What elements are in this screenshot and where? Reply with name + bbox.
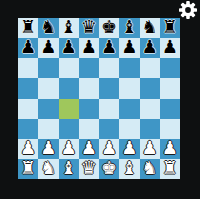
piece-white-bishop[interactable]: ♝ bbox=[61, 159, 77, 177]
square-f5[interactable] bbox=[119, 78, 139, 98]
square-b6[interactable] bbox=[38, 58, 58, 78]
square-f1[interactable]: ♝ bbox=[119, 159, 139, 179]
gear-icon bbox=[179, 1, 197, 19]
piece-black-queen[interactable]: ♛ bbox=[81, 18, 97, 36]
piece-white-pawn[interactable]: ♟ bbox=[142, 139, 158, 157]
square-g1[interactable]: ♞ bbox=[140, 159, 160, 179]
piece-white-pawn[interactable]: ♟ bbox=[162, 139, 178, 157]
square-d6[interactable] bbox=[79, 58, 99, 78]
square-c4[interactable] bbox=[59, 99, 79, 119]
piece-white-pawn[interactable]: ♟ bbox=[61, 139, 77, 157]
piece-black-pawn[interactable]: ♟ bbox=[61, 38, 77, 56]
square-e5[interactable] bbox=[99, 78, 119, 98]
square-a7[interactable]: ♟ bbox=[18, 38, 38, 58]
square-h2[interactable]: ♟ bbox=[160, 139, 180, 159]
square-c3[interactable] bbox=[59, 119, 79, 139]
piece-black-bishop[interactable]: ♝ bbox=[121, 18, 137, 36]
square-h3[interactable] bbox=[160, 119, 180, 139]
square-a4[interactable] bbox=[18, 99, 38, 119]
square-d1[interactable]: ♛ bbox=[79, 159, 99, 179]
square-d5[interactable] bbox=[79, 78, 99, 98]
square-a8[interactable]: ♜ bbox=[18, 18, 38, 38]
square-e2[interactable]: ♟ bbox=[99, 139, 119, 159]
square-a5[interactable] bbox=[18, 78, 38, 98]
piece-black-pawn[interactable]: ♟ bbox=[40, 38, 56, 56]
square-c1[interactable]: ♝ bbox=[59, 159, 79, 179]
piece-white-rook[interactable]: ♜ bbox=[20, 159, 36, 177]
piece-black-knight[interactable]: ♞ bbox=[40, 18, 56, 36]
square-f7[interactable]: ♟ bbox=[119, 38, 139, 58]
square-b3[interactable] bbox=[38, 119, 58, 139]
square-h6[interactable] bbox=[160, 58, 180, 78]
piece-black-bishop[interactable]: ♝ bbox=[61, 18, 77, 36]
square-b7[interactable]: ♟ bbox=[38, 38, 58, 58]
piece-black-knight[interactable]: ♞ bbox=[142, 18, 158, 36]
square-h1[interactable]: ♜ bbox=[160, 159, 180, 179]
square-f4[interactable] bbox=[119, 99, 139, 119]
piece-black-rook[interactable]: ♜ bbox=[162, 18, 178, 36]
square-d2[interactable]: ♟ bbox=[79, 139, 99, 159]
piece-white-pawn[interactable]: ♟ bbox=[101, 139, 117, 157]
piece-black-pawn[interactable]: ♟ bbox=[20, 38, 36, 56]
square-f8[interactable]: ♝ bbox=[119, 18, 139, 38]
square-b8[interactable]: ♞ bbox=[38, 18, 58, 38]
square-b2[interactable]: ♟ bbox=[38, 139, 58, 159]
square-g3[interactable] bbox=[140, 119, 160, 139]
piece-white-pawn[interactable]: ♟ bbox=[40, 139, 56, 157]
square-b1[interactable]: ♞ bbox=[38, 159, 58, 179]
square-g5[interactable] bbox=[140, 78, 160, 98]
piece-black-king[interactable]: ♚ bbox=[101, 18, 117, 36]
square-h5[interactable] bbox=[160, 78, 180, 98]
piece-black-pawn[interactable]: ♟ bbox=[81, 38, 97, 56]
piece-white-knight[interactable]: ♞ bbox=[142, 159, 158, 177]
square-d4[interactable] bbox=[79, 99, 99, 119]
square-c5[interactable] bbox=[59, 78, 79, 98]
piece-black-rook[interactable]: ♜ bbox=[20, 18, 36, 36]
square-e4[interactable] bbox=[99, 99, 119, 119]
square-f6[interactable] bbox=[119, 58, 139, 78]
square-a1[interactable]: ♜ bbox=[18, 159, 38, 179]
piece-white-pawn[interactable]: ♟ bbox=[121, 139, 137, 157]
piece-white-bishop[interactable]: ♝ bbox=[121, 159, 137, 177]
square-f3[interactable] bbox=[119, 119, 139, 139]
square-d3[interactable] bbox=[79, 119, 99, 139]
square-c6[interactable] bbox=[59, 58, 79, 78]
square-d8[interactable]: ♛ bbox=[79, 18, 99, 38]
piece-white-pawn[interactable]: ♟ bbox=[81, 139, 97, 157]
piece-white-rook[interactable]: ♜ bbox=[162, 159, 178, 177]
piece-black-pawn[interactable]: ♟ bbox=[162, 38, 178, 56]
square-b5[interactable] bbox=[38, 78, 58, 98]
chess-board: ♜♞♝♛♚♝♞♜♟♟♟♟♟♟♟♟♟♟♟♟♟♟♟♟♜♞♝♛♚♝♞♜ bbox=[18, 18, 180, 179]
square-c7[interactable]: ♟ bbox=[59, 38, 79, 58]
square-c8[interactable]: ♝ bbox=[59, 18, 79, 38]
square-h8[interactable]: ♜ bbox=[160, 18, 180, 38]
square-d7[interactable]: ♟ bbox=[79, 38, 99, 58]
square-a6[interactable] bbox=[18, 58, 38, 78]
square-e1[interactable]: ♚ bbox=[99, 159, 119, 179]
settings-button[interactable] bbox=[179, 1, 197, 19]
square-g6[interactable] bbox=[140, 58, 160, 78]
square-b4[interactable] bbox=[38, 99, 58, 119]
piece-white-queen[interactable]: ♛ bbox=[81, 159, 97, 177]
piece-white-king[interactable]: ♚ bbox=[101, 159, 117, 177]
piece-black-pawn[interactable]: ♟ bbox=[101, 38, 117, 56]
square-h4[interactable] bbox=[160, 99, 180, 119]
square-a3[interactable] bbox=[18, 119, 38, 139]
piece-black-pawn[interactable]: ♟ bbox=[142, 38, 158, 56]
piece-black-pawn[interactable]: ♟ bbox=[121, 38, 137, 56]
square-e6[interactable] bbox=[99, 58, 119, 78]
square-e7[interactable]: ♟ bbox=[99, 38, 119, 58]
square-g7[interactable]: ♟ bbox=[140, 38, 160, 58]
square-g2[interactable]: ♟ bbox=[140, 139, 160, 159]
square-e8[interactable]: ♚ bbox=[99, 18, 119, 38]
square-a2[interactable]: ♟ bbox=[18, 139, 38, 159]
square-e3[interactable] bbox=[99, 119, 119, 139]
square-f2[interactable]: ♟ bbox=[119, 139, 139, 159]
piece-white-knight[interactable]: ♞ bbox=[40, 159, 56, 177]
piece-white-pawn[interactable]: ♟ bbox=[20, 139, 36, 157]
square-c2[interactable]: ♟ bbox=[59, 139, 79, 159]
square-g4[interactable] bbox=[140, 99, 160, 119]
square-g8[interactable]: ♞ bbox=[140, 18, 160, 38]
square-h7[interactable]: ♟ bbox=[160, 38, 180, 58]
